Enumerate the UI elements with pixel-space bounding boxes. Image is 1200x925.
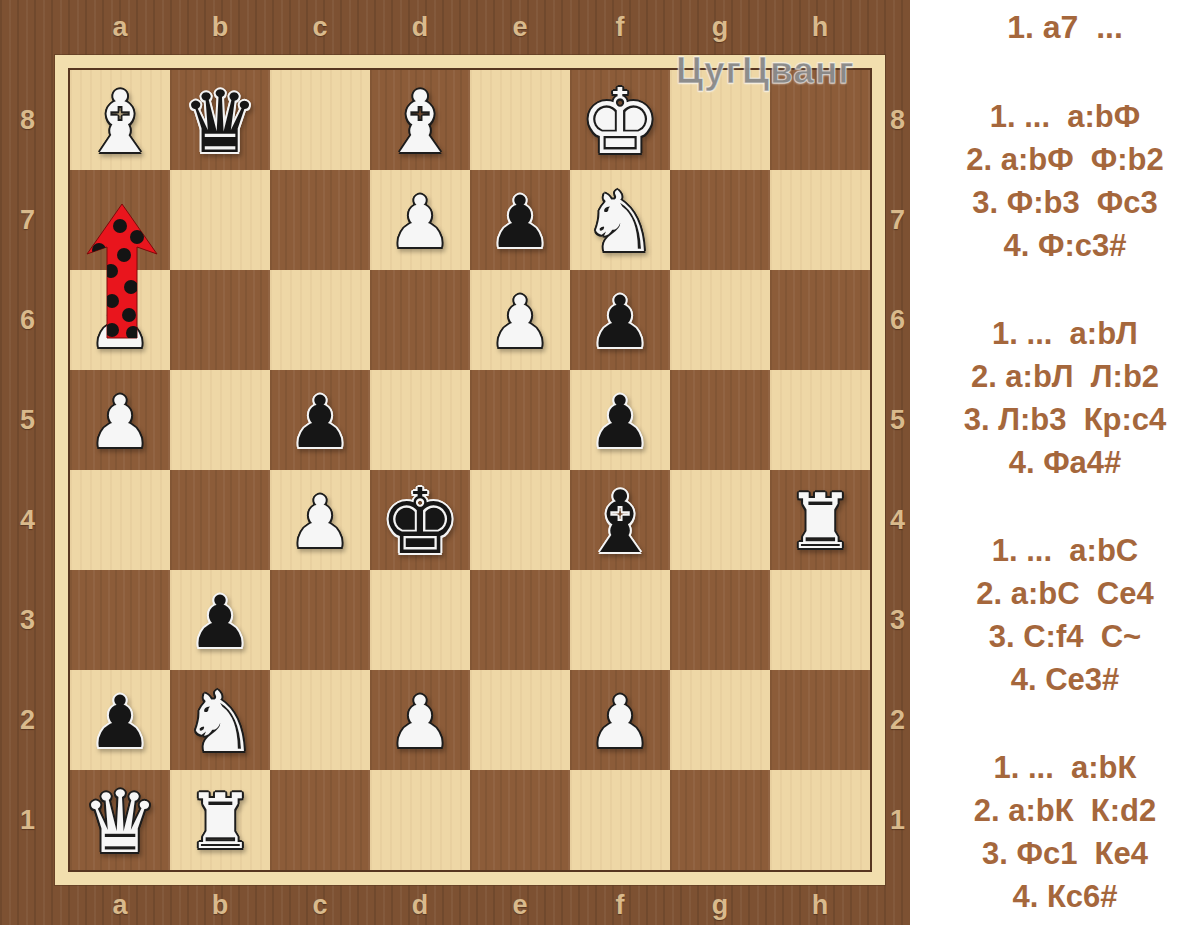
- square-e8[interactable]: [470, 70, 570, 170]
- square-b5[interactable]: [170, 370, 270, 470]
- white-knight-f7[interactable]: ♞: [582, 180, 657, 264]
- coord-label-4: 4: [885, 470, 910, 570]
- square-h4[interactable]: ♜: [770, 470, 870, 570]
- square-d1[interactable]: [370, 770, 470, 870]
- square-c8[interactable]: [270, 70, 370, 170]
- white-pawn-d2[interactable]: ♟: [388, 686, 453, 758]
- solution-title: 1. a7 ...: [930, 6, 1200, 49]
- square-a5[interactable]: ♟: [70, 370, 170, 470]
- move-line: 3. Л:b3 Кр:c4: [930, 398, 1200, 441]
- coord-label-8: 8: [885, 70, 910, 170]
- black-king-d4[interactable]: ♚: [380, 477, 461, 567]
- coord-label-h: h: [770, 885, 870, 925]
- square-d2[interactable]: ♟: [370, 670, 470, 770]
- white-rook-h4[interactable]: ♜: [786, 484, 854, 560]
- black-pawn-c5[interactable]: ♟: [288, 386, 353, 458]
- square-d4[interactable]: ♚: [370, 470, 470, 570]
- coord-label-1: 1: [0, 770, 55, 870]
- square-a4[interactable]: [70, 470, 170, 570]
- black-pawn-a2[interactable]: ♟: [88, 686, 153, 758]
- coord-label-g: g: [670, 0, 770, 55]
- square-b4[interactable]: [170, 470, 270, 570]
- square-f3[interactable]: [570, 570, 670, 670]
- move-line: 3. С:f4 С~: [930, 615, 1200, 658]
- square-f4[interactable]: ♝: [570, 470, 670, 570]
- white-rook-b1[interactable]: ♜: [186, 784, 254, 860]
- square-c1[interactable]: [270, 770, 370, 870]
- coord-label-6: 6: [0, 270, 55, 370]
- square-h7[interactable]: [770, 170, 870, 270]
- coord-label-a: a: [70, 885, 170, 925]
- square-h1[interactable]: [770, 770, 870, 870]
- square-d5[interactable]: [370, 370, 470, 470]
- square-b6[interactable]: [170, 270, 270, 370]
- white-pawn-d7[interactable]: ♟: [388, 186, 453, 258]
- coord-label-c: c: [270, 0, 370, 55]
- square-d8[interactable]: ♝: [370, 70, 470, 170]
- square-e5[interactable]: [470, 370, 570, 470]
- square-d7[interactable]: ♟: [370, 170, 470, 270]
- move-line: 2. a:bК К:d2: [930, 789, 1200, 832]
- square-b1[interactable]: ♜: [170, 770, 270, 870]
- coord-label-7: 7: [885, 170, 910, 270]
- black-bishop-f4[interactable]: ♝: [581, 479, 658, 565]
- square-d3[interactable]: [370, 570, 470, 670]
- square-e1[interactable]: [470, 770, 570, 870]
- coord-label-f: f: [570, 885, 670, 925]
- square-a7[interactable]: [70, 170, 170, 270]
- rank-labels-left: 87654321: [0, 70, 55, 870]
- coord-label-1: 1: [885, 770, 910, 870]
- square-g1[interactable]: [670, 770, 770, 870]
- white-knight-b2[interactable]: ♞: [182, 680, 257, 764]
- white-king-f8[interactable]: ♚: [580, 77, 661, 167]
- black-pawn-e7[interactable]: ♟: [488, 186, 553, 258]
- move-line: 1. ... a:bС: [930, 529, 1200, 572]
- square-g4[interactable]: [670, 470, 770, 570]
- move-line: 1. ... a:bК: [930, 746, 1200, 789]
- square-a8[interactable]: ♝: [70, 70, 170, 170]
- move-line: 4. Сe3#: [930, 658, 1200, 701]
- board-area: abcdefgh abcdefgh 87654321 87654321 ♝♛♝♚…: [0, 0, 910, 925]
- square-e4[interactable]: [470, 470, 570, 570]
- variation-block-2: 1. ... a:bЛ2. a:bЛ Л:b23. Л:b3 Кр:c44. Ф…: [930, 312, 1200, 484]
- square-f1[interactable]: [570, 770, 670, 870]
- coord-label-2: 2: [885, 670, 910, 770]
- file-labels-bottom: abcdefgh: [70, 885, 870, 925]
- variation-block-3: 1. ... a:bС2. a:bС Сe43. С:f4 С~4. Сe3#: [930, 529, 1200, 701]
- coord-label-e: e: [470, 0, 570, 55]
- coord-label-7: 7: [0, 170, 55, 270]
- coord-label-3: 3: [885, 570, 910, 670]
- coord-label-h: h: [770, 0, 870, 55]
- square-e3[interactable]: [470, 570, 570, 670]
- rank-labels-right: 87654321: [885, 70, 910, 870]
- square-b2[interactable]: ♞: [170, 670, 270, 770]
- square-g3[interactable]: [670, 570, 770, 670]
- move-line: 3. Фc1 Кe4: [930, 832, 1200, 875]
- file-labels-top: abcdefgh: [70, 0, 870, 55]
- coord-label-g: g: [670, 885, 770, 925]
- coord-label-5: 5: [0, 370, 55, 470]
- square-g5[interactable]: [670, 370, 770, 470]
- square-a3[interactable]: [70, 570, 170, 670]
- coord-label-d: d: [370, 885, 470, 925]
- chess-board: ♝♛♝♚♟♟♞♟♟♟♟♟♟♟♚♝♜♟♟♞♟♟♛♜: [70, 70, 870, 870]
- coord-label-3: 3: [0, 570, 55, 670]
- move-line: 2. a:bЛ Л:b2: [930, 355, 1200, 398]
- square-c3[interactable]: [270, 570, 370, 670]
- move-line: 4. Кc6#: [930, 875, 1200, 918]
- solution-variations: 1. ... a:bФ2. a:bФ Ф:b23. Ф:b3 Фc34. Ф:c…: [930, 95, 1200, 918]
- variation-block-1: 1. ... a:bФ2. a:bФ Ф:b23. Ф:b3 Фc34. Ф:c…: [930, 95, 1200, 267]
- square-c5[interactable]: ♟: [270, 370, 370, 470]
- move-line: 4. Фа4#: [930, 441, 1200, 484]
- coord-label-b: b: [170, 885, 270, 925]
- square-c2[interactable]: [270, 670, 370, 770]
- move-line: 4. Ф:c3#: [930, 224, 1200, 267]
- black-queen-b8[interactable]: ♛: [181, 79, 258, 165]
- white-queen-a1[interactable]: ♛: [81, 779, 158, 865]
- square-f2[interactable]: ♟: [570, 670, 670, 770]
- move-line: 3. Ф:b3 Фc3: [930, 181, 1200, 224]
- square-b8[interactable]: ♛: [170, 70, 270, 170]
- coord-label-f: f: [570, 0, 670, 55]
- square-b7[interactable]: [170, 170, 270, 270]
- square-e7[interactable]: ♟: [470, 170, 570, 270]
- coord-label-c: c: [270, 885, 370, 925]
- coord-label-a: a: [70, 0, 170, 55]
- coord-label-d: d: [370, 0, 470, 55]
- white-bishop-a8[interactable]: ♝: [81, 79, 158, 165]
- square-h5[interactable]: [770, 370, 870, 470]
- white-pawn-c4[interactable]: ♟: [288, 486, 353, 558]
- square-h2[interactable]: [770, 670, 870, 770]
- square-a1[interactable]: ♛: [70, 770, 170, 870]
- white-bishop-d8[interactable]: ♝: [381, 79, 458, 165]
- white-pawn-e6[interactable]: ♟: [488, 286, 553, 358]
- square-h6[interactable]: [770, 270, 870, 370]
- move-line: 1. ... a:bЛ: [930, 312, 1200, 355]
- square-c6[interactable]: [270, 270, 370, 370]
- square-f8[interactable]: ♚: [570, 70, 670, 170]
- coord-label-2: 2: [0, 670, 55, 770]
- square-c7[interactable]: [270, 170, 370, 270]
- square-e6[interactable]: ♟: [470, 270, 570, 370]
- square-g6[interactable]: [670, 270, 770, 370]
- move-line: 2. a:bС Сe4: [930, 572, 1200, 615]
- watermark: ЦугЦванг: [676, 50, 855, 92]
- black-pawn-f5[interactable]: ♟: [588, 386, 653, 458]
- coord-label-8: 8: [0, 70, 55, 170]
- square-a2[interactable]: ♟: [70, 670, 170, 770]
- black-pawn-f6[interactable]: ♟: [588, 286, 653, 358]
- white-pawn-f2[interactable]: ♟: [588, 686, 653, 758]
- square-d6[interactable]: [370, 270, 470, 370]
- square-e2[interactable]: [470, 670, 570, 770]
- move-line: 2. a:bФ Ф:b2: [930, 138, 1200, 181]
- square-b3[interactable]: ♟: [170, 570, 270, 670]
- screenshot-root: abcdefgh abcdefgh 87654321 87654321 ♝♛♝♚…: [0, 0, 1200, 925]
- black-pawn-b3[interactable]: ♟: [188, 586, 253, 658]
- variation-block-4: 1. ... a:bК2. a:bК К:d23. Фc1 Кe44. Кc6#: [930, 746, 1200, 918]
- coord-label-e: e: [470, 885, 570, 925]
- square-f7[interactable]: ♞: [570, 170, 670, 270]
- square-g7[interactable]: [670, 170, 770, 270]
- white-pawn-a5[interactable]: ♟: [88, 386, 153, 458]
- move-line: 1. ... a:bФ: [930, 95, 1200, 138]
- coord-label-5: 5: [885, 370, 910, 470]
- coord-label-6: 6: [885, 270, 910, 370]
- white-pawn-a6[interactable]: ♟: [88, 286, 153, 358]
- square-c4[interactable]: ♟: [270, 470, 370, 570]
- square-f5[interactable]: ♟: [570, 370, 670, 470]
- solution-panel: 1. a7 ... 1. ... a:bФ2. a:bФ Ф:b23. Ф:b3…: [910, 0, 1200, 925]
- coord-label-b: b: [170, 0, 270, 55]
- coord-label-4: 4: [0, 470, 55, 570]
- square-a6[interactable]: ♟: [70, 270, 170, 370]
- square-f6[interactable]: ♟: [570, 270, 670, 370]
- square-h3[interactable]: [770, 570, 870, 670]
- square-g2[interactable]: [670, 670, 770, 770]
